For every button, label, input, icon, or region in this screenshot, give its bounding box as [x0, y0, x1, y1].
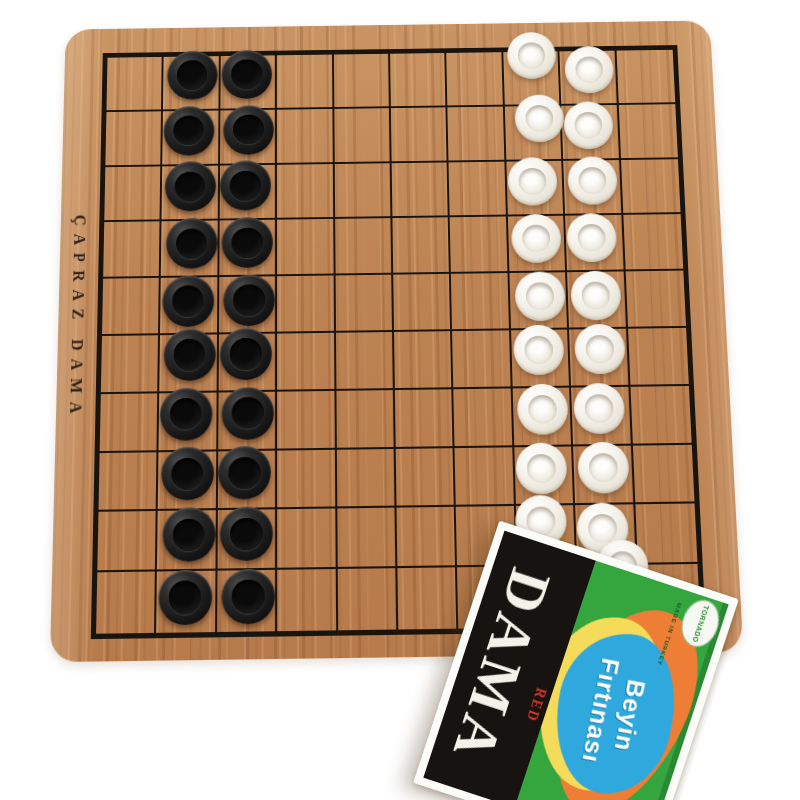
cell-r6c2[interactable] — [160, 334, 219, 393]
cell-r4c7[interactable] — [450, 217, 509, 274]
piece-recess — [527, 454, 556, 483]
cell-r10c2[interactable] — [156, 571, 217, 633]
cell-r5c6[interactable] — [393, 274, 452, 332]
white-piece[interactable] — [507, 32, 557, 79]
cell-r5c2[interactable] — [160, 277, 219, 335]
cell-r7c9[interactable] — [571, 387, 632, 446]
piece-recess — [232, 397, 264, 429]
cell-r8c10[interactable] — [633, 444, 695, 504]
cell-r4c4[interactable] — [277, 219, 335, 276]
cell-r3c9[interactable] — [563, 160, 623, 216]
cell-r1c10[interactable] — [616, 50, 675, 105]
white-piece[interactable] — [567, 157, 618, 206]
piece-recess — [229, 457, 261, 490]
cell-r8c2[interactable] — [158, 451, 218, 511]
cell-r10c6[interactable] — [397, 568, 458, 630]
series-title: Beyin Fırtınası — [576, 655, 655, 771]
white-piece[interactable] — [566, 213, 617, 262]
black-piece[interactable] — [223, 274, 275, 326]
piece-recess — [524, 336, 553, 364]
cell-r9c4[interactable] — [277, 509, 337, 570]
piece-recess — [174, 339, 206, 371]
piece-recess — [578, 224, 607, 252]
black-piece[interactable] — [221, 217, 273, 268]
cell-r3c6[interactable] — [392, 162, 450, 218]
piece-recess — [518, 168, 546, 195]
piece-recess — [518, 42, 546, 68]
white-piece[interactable] — [577, 442, 630, 494]
cell-r9c6[interactable] — [397, 507, 458, 568]
cell-r7c2[interactable] — [159, 392, 219, 452]
white-piece[interactable] — [564, 101, 615, 149]
white-piece[interactable] — [514, 271, 565, 321]
cell-r1c2[interactable] — [163, 56, 220, 111]
cell-r2c2[interactable] — [163, 110, 221, 166]
black-piece[interactable] — [220, 161, 271, 212]
cell-r1c6[interactable] — [390, 53, 448, 108]
cell-r10c4[interactable] — [277, 569, 337, 631]
cell-r5c1[interactable] — [102, 278, 161, 336]
piece-recess — [230, 517, 262, 550]
cell-r3c5[interactable] — [334, 163, 392, 219]
black-piece[interactable] — [221, 569, 275, 625]
cell-r7c5[interactable] — [336, 390, 396, 450]
cell-r4c6[interactable] — [392, 218, 451, 275]
board-grid — [91, 45, 706, 639]
black-piece[interactable] — [163, 106, 214, 156]
cell-r1c3[interactable] — [220, 55, 277, 110]
cell-r9c5[interactable] — [337, 508, 397, 569]
cell-r8c3[interactable] — [218, 450, 278, 510]
white-piece[interactable] — [515, 443, 567, 495]
cell-r2c3[interactable] — [220, 110, 277, 166]
black-piece[interactable] — [221, 50, 272, 99]
piece-recess — [575, 111, 603, 138]
black-piece[interactable] — [163, 328, 216, 381]
cell-r8c1[interactable] — [98, 452, 158, 512]
cell-r6c7[interactable] — [452, 330, 512, 389]
cell-r9c3[interactable] — [217, 510, 277, 571]
white-piece[interactable] — [514, 94, 564, 142]
white-piece[interactable] — [507, 158, 558, 207]
cell-r3c1[interactable] — [104, 166, 162, 222]
black-piece[interactable] — [164, 161, 216, 212]
cell-r10c3[interactable] — [217, 570, 277, 632]
cell-r6c3[interactable] — [218, 334, 277, 393]
piece-recess — [579, 167, 608, 194]
black-piece[interactable] — [167, 50, 218, 99]
white-piece[interactable] — [564, 46, 614, 93]
piece-recess — [575, 56, 603, 83]
product-photo: ÇAPRAZ DAMA DAMA RED Beyin Fırtınası TOR… — [0, 0, 800, 800]
piece-recess — [525, 105, 553, 132]
piece-recess — [232, 60, 262, 90]
cell-r6c1[interactable] — [101, 335, 161, 394]
cell-r5c5[interactable] — [335, 275, 394, 333]
white-piece[interactable] — [573, 383, 625, 434]
piece-recess — [528, 395, 557, 424]
cell-r4c5[interactable] — [335, 218, 393, 275]
cell-r2c7[interactable] — [448, 106, 506, 162]
piece-recess — [230, 338, 261, 370]
cell-r4c1[interactable] — [103, 222, 162, 279]
piece-recess — [172, 286, 203, 317]
black-piece[interactable] — [160, 447, 213, 501]
piece-recess — [170, 398, 202, 430]
cell-r7c10[interactable] — [630, 386, 692, 445]
white-piece[interactable] — [574, 324, 626, 375]
black-piece[interactable] — [162, 275, 214, 327]
board-title: ÇAPRAZ DAMA — [64, 215, 88, 495]
cell-r8c4[interactable] — [277, 449, 337, 509]
piece-recess — [585, 394, 614, 423]
cell-r3c10[interactable] — [621, 159, 681, 215]
cell-r5c9[interactable] — [567, 272, 627, 330]
piece-recess — [233, 285, 264, 316]
cell-r10c5[interactable] — [337, 568, 398, 630]
cell-r8c7[interactable] — [455, 447, 516, 507]
cell-r5c8[interactable] — [509, 272, 569, 330]
piece-recess — [175, 171, 206, 201]
piece-recess — [171, 458, 203, 491]
cell-r2c10[interactable] — [618, 104, 678, 160]
cell-r4c10[interactable] — [623, 214, 683, 271]
cell-r4c3[interactable] — [219, 220, 277, 277]
piece-recess — [582, 282, 611, 310]
black-piece[interactable] — [159, 387, 212, 440]
cell-r6c5[interactable] — [336, 332, 395, 391]
cell-r2c8[interactable] — [505, 106, 564, 162]
cell-r5c4[interactable] — [277, 276, 335, 334]
cell-r3c3[interactable] — [220, 164, 278, 220]
white-piece[interactable] — [513, 325, 565, 376]
cell-r1c5[interactable] — [334, 54, 391, 109]
cell-r5c7[interactable] — [451, 273, 511, 331]
cell-r4c8[interactable] — [508, 216, 568, 273]
cell-r6c4[interactable] — [277, 333, 336, 392]
cell-r9c2[interactable] — [157, 511, 217, 572]
cell-r2c5[interactable] — [334, 108, 392, 164]
cell-r6c8[interactable] — [511, 329, 571, 388]
piece-recess — [522, 225, 551, 253]
brand-badge-text: TORNADO — [691, 604, 710, 643]
cell-r1c4[interactable] — [277, 55, 334, 110]
black-piece[interactable] — [220, 328, 272, 381]
piece-recess — [176, 228, 207, 259]
cell-r7c4[interactable] — [277, 391, 336, 451]
cell-r8c9[interactable] — [573, 445, 635, 505]
cell-r7c7[interactable] — [454, 388, 514, 448]
piece-recess — [169, 581, 202, 614]
piece-recess — [589, 454, 619, 483]
piece-recess — [526, 282, 555, 310]
cell-r6c6[interactable] — [394, 331, 454, 390]
piece-recess — [173, 518, 205, 551]
piece-recess — [230, 171, 261, 201]
cell-r7c1[interactable] — [100, 393, 160, 453]
cell-r2c4[interactable] — [277, 109, 334, 165]
piece-recess — [588, 514, 618, 544]
cell-r8c6[interactable] — [396, 448, 456, 508]
cell-r1c1[interactable] — [106, 57, 164, 112]
white-piece[interactable] — [517, 383, 569, 434]
cell-r5c10[interactable] — [625, 271, 686, 329]
cell-r3c8[interactable] — [506, 160, 565, 216]
cell-r3c7[interactable] — [449, 161, 508, 217]
black-piece[interactable] — [165, 218, 217, 269]
piece-recess — [232, 580, 264, 613]
cell-r7c3[interactable] — [218, 391, 277, 451]
black-piece[interactable] — [221, 386, 274, 439]
cell-r4c2[interactable] — [161, 221, 219, 278]
cell-r2c1[interactable] — [105, 111, 163, 167]
cell-r2c6[interactable] — [391, 107, 449, 163]
cell-r3c2[interactable] — [162, 165, 220, 221]
piece-recess — [177, 60, 208, 90]
black-piece[interactable] — [158, 570, 212, 626]
piece-recess — [586, 335, 615, 363]
black-piece[interactable] — [220, 507, 273, 562]
cell-r1c9[interactable] — [560, 51, 619, 106]
piece-recess — [233, 115, 264, 145]
cell-r5c3[interactable] — [219, 276, 277, 334]
cell-r9c1[interactable] — [97, 511, 158, 572]
white-piece[interactable] — [511, 214, 562, 263]
cell-r6c10[interactable] — [628, 328, 689, 387]
cell-r4c9[interactable] — [565, 215, 625, 272]
cell-r7c6[interactable] — [395, 389, 455, 449]
cell-r2c9[interactable] — [561, 105, 620, 161]
cell-r1c7[interactable] — [447, 52, 505, 107]
cell-r8c5[interactable] — [336, 449, 396, 509]
white-piece[interactable] — [570, 271, 622, 321]
piece-recess — [232, 227, 263, 258]
black-piece[interactable] — [162, 507, 216, 562]
cell-r3c4[interactable] — [277, 164, 335, 220]
cell-r6c9[interactable] — [569, 329, 630, 388]
cell-r7c8[interactable] — [512, 387, 573, 446]
piece-recess — [173, 116, 204, 146]
black-piece[interactable] — [223, 105, 274, 155]
black-piece[interactable] — [218, 446, 271, 500]
cell-r10c1[interactable] — [96, 572, 157, 634]
